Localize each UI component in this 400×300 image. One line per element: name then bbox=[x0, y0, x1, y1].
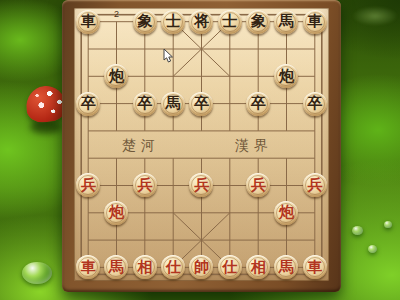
mouse-cursor-icon bbox=[163, 48, 175, 64]
piece-red-advisor[interactable]: 仕 bbox=[161, 255, 185, 279]
xiangqi-board-frame: 楚河漢界2 車象士将士象馬車炮炮卒卒馬卒卒卒兵兵兵兵兵炮炮車馬相仕帥仕相馬車 bbox=[62, 0, 341, 292]
piece-red-horse[interactable]: 馬 bbox=[104, 255, 128, 279]
piece-red-horse[interactable]: 馬 bbox=[274, 255, 298, 279]
piece-black-horse[interactable]: 馬 bbox=[274, 10, 298, 34]
piece-black-elephant[interactable]: 象 bbox=[246, 10, 270, 34]
piece-black-horse[interactable]: 馬 bbox=[161, 92, 185, 116]
piece-black-soldier[interactable]: 卒 bbox=[189, 92, 213, 116]
piece-black-chariot[interactable]: 車 bbox=[76, 10, 100, 34]
piece-red-soldier[interactable]: 兵 bbox=[189, 173, 213, 197]
piece-black-soldier[interactable]: 卒 bbox=[246, 92, 270, 116]
piece-black-cannon[interactable]: 炮 bbox=[104, 64, 128, 88]
piece-black-cannon[interactable]: 炮 bbox=[274, 64, 298, 88]
game-window: 楚河漢界2 車象士将士象馬車炮炮卒卒馬卒卒卒兵兵兵兵兵炮炮車馬相仕帥仕相馬車 bbox=[0, 0, 400, 300]
piece-black-soldier[interactable]: 卒 bbox=[76, 92, 100, 116]
piece-grid: 車象士将士象馬車炮炮卒卒馬卒卒卒兵兵兵兵兵炮炮車馬相仕帥仕相馬車 bbox=[74, 8, 329, 281]
piece-red-cannon[interactable]: 炮 bbox=[104, 201, 128, 225]
piece-red-cannon[interactable]: 炮 bbox=[274, 201, 298, 225]
background-watermark bbox=[352, 6, 398, 26]
piece-red-soldier[interactable]: 兵 bbox=[303, 173, 327, 197]
piece-red-general[interactable]: 帥 bbox=[189, 255, 213, 279]
piece-red-chariot[interactable]: 車 bbox=[76, 255, 100, 279]
piece-red-chariot[interactable]: 車 bbox=[303, 255, 327, 279]
water-drop bbox=[22, 262, 52, 284]
piece-black-soldier[interactable]: 卒 bbox=[303, 92, 327, 116]
piece-black-advisor[interactable]: 士 bbox=[161, 10, 185, 34]
water-drop bbox=[368, 245, 377, 253]
piece-black-chariot[interactable]: 車 bbox=[303, 10, 327, 34]
piece-black-general[interactable]: 将 bbox=[189, 10, 213, 34]
piece-red-elephant[interactable]: 相 bbox=[133, 255, 157, 279]
piece-red-soldier[interactable]: 兵 bbox=[246, 173, 270, 197]
piece-red-soldier[interactable]: 兵 bbox=[76, 173, 100, 197]
water-drop bbox=[352, 226, 363, 235]
piece-black-soldier[interactable]: 卒 bbox=[133, 92, 157, 116]
piece-black-advisor[interactable]: 士 bbox=[218, 10, 242, 34]
piece-black-elephant[interactable]: 象 bbox=[133, 10, 157, 34]
piece-red-elephant[interactable]: 相 bbox=[246, 255, 270, 279]
mushroom bbox=[26, 86, 66, 136]
xiangqi-board-surface[interactable]: 楚河漢界2 車象士将士象馬車炮炮卒卒馬卒卒卒兵兵兵兵兵炮炮車馬相仕帥仕相馬車 bbox=[74, 8, 329, 281]
water-drop bbox=[384, 221, 392, 228]
piece-red-soldier[interactable]: 兵 bbox=[133, 173, 157, 197]
piece-red-advisor[interactable]: 仕 bbox=[218, 255, 242, 279]
